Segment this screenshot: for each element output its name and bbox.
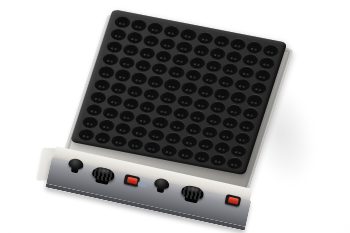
mold-cup	[237, 118, 256, 133]
mold-cup	[146, 21, 165, 36]
mold-cup	[175, 40, 194, 55]
mold-cup	[163, 24, 182, 39]
mold-cup	[241, 105, 260, 120]
mold-cup	[118, 108, 137, 123]
thermostat-knob-left	[90, 165, 116, 186]
knob-neck	[71, 167, 79, 173]
mold-cup	[159, 143, 178, 158]
mold-cup	[245, 93, 264, 108]
mold-cup	[221, 115, 240, 130]
mold-cup	[159, 36, 178, 51]
mold-cup	[183, 68, 202, 83]
mold-cup	[179, 80, 198, 95]
mold-cup	[179, 27, 198, 42]
mold-cup	[163, 130, 182, 145]
mold-cup	[209, 152, 228, 167]
mold-cup	[113, 14, 132, 29]
mold-cup	[130, 124, 149, 139]
mold-cup	[200, 124, 219, 139]
mold-cup	[192, 96, 211, 111]
mold-cup	[142, 33, 161, 48]
mold-grid	[77, 14, 280, 170]
mold-cup	[233, 130, 252, 145]
knob-neck	[157, 187, 165, 193]
mold-cup	[97, 64, 116, 79]
mold-cup	[187, 55, 206, 70]
mold-cup	[224, 49, 243, 64]
mold-cup	[188, 108, 207, 123]
label-chip	[137, 182, 147, 188]
mold-cup	[122, 96, 141, 111]
mold-cup	[225, 102, 244, 117]
mold-cup	[261, 43, 280, 58]
mold-cup	[229, 90, 248, 105]
power-switch-right	[224, 194, 241, 207]
mold-cup	[217, 127, 236, 142]
mold-cup	[212, 87, 231, 102]
mold-cup	[130, 18, 149, 33]
mold-cup	[204, 58, 223, 73]
mold-cup	[200, 71, 219, 86]
mold-cup	[114, 68, 133, 83]
mold-cup	[253, 68, 272, 83]
mold-cup	[163, 77, 182, 92]
mold-cup	[105, 39, 124, 54]
mold-cup	[241, 52, 260, 67]
mold-cup	[175, 93, 194, 108]
mold-cup	[151, 115, 170, 130]
mold-cup	[208, 46, 227, 61]
mold-cup	[213, 140, 232, 155]
mold-cup	[216, 74, 235, 89]
mold-cup	[110, 80, 129, 95]
mold-cup	[196, 137, 215, 152]
timer-knob-right	[153, 177, 171, 194]
mold-cup	[81, 114, 100, 129]
mold-cup	[89, 89, 108, 104]
mold-cup	[77, 127, 96, 142]
product-photo	[0, 0, 350, 233]
mold-cup	[229, 143, 248, 158]
switch-bezel	[224, 194, 241, 207]
mold-cup	[134, 111, 153, 126]
mold-cup	[98, 118, 117, 133]
switch-rocker	[227, 197, 238, 205]
mold-cup	[228, 37, 247, 52]
mold-cup	[196, 83, 215, 98]
mold-cup	[176, 146, 195, 161]
mold-cup	[159, 90, 178, 105]
mold-cup	[155, 102, 174, 117]
mold-cup	[126, 136, 145, 151]
mold-cup	[225, 155, 244, 170]
mold-cup	[171, 105, 190, 120]
switch-rocker	[126, 177, 137, 185]
mold-cup	[208, 99, 227, 114]
mold-cup	[110, 133, 129, 148]
mold-cup	[122, 43, 141, 58]
mold-cup	[106, 93, 125, 108]
mold-cup	[143, 140, 162, 155]
mold-cup	[142, 86, 161, 101]
mold-cup	[204, 112, 223, 127]
mold-cup	[102, 105, 121, 120]
mold-cup	[146, 74, 165, 89]
mold-cup	[114, 121, 133, 136]
rating-label	[137, 182, 147, 188]
mold-cup	[138, 99, 157, 114]
mold-cup	[195, 30, 214, 45]
mold-cup	[93, 77, 112, 92]
mold-cup	[130, 71, 149, 86]
mold-cup	[126, 30, 145, 45]
mold-cup	[184, 121, 203, 136]
mold-cup	[233, 77, 252, 92]
timer-knob-left	[67, 157, 85, 174]
thermostat-knob-right	[179, 184, 205, 205]
mold-cup	[191, 43, 210, 58]
mold-cup	[147, 127, 166, 142]
mold-cup	[237, 65, 256, 80]
mold-cup	[109, 27, 128, 42]
mold-cup	[249, 80, 268, 95]
mold-cup	[192, 149, 211, 164]
mold-cup	[167, 118, 186, 133]
mold-cup	[220, 62, 239, 77]
mold-cup	[245, 40, 264, 55]
mold-cup	[212, 33, 231, 48]
mold-cup	[126, 83, 145, 98]
mold-cup	[180, 133, 199, 148]
mold-cup	[257, 55, 276, 70]
mold-cup	[85, 102, 104, 117]
mold-cup	[93, 130, 112, 145]
